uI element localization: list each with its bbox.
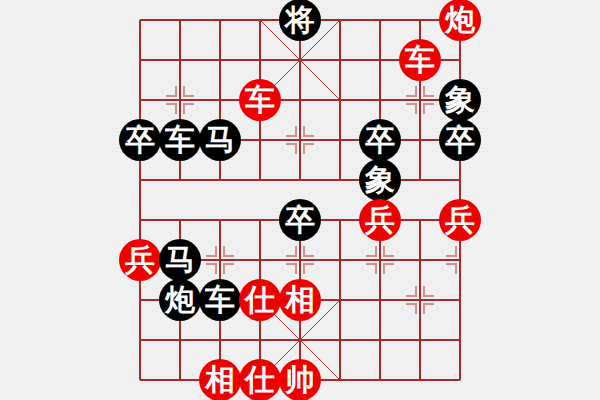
piece-black-chariot[interactable]: 车	[199, 279, 241, 321]
piece-red-general[interactable]: 帅	[279, 359, 321, 400]
pieces-layer: 将炮车车象卒车马卒卒象卒兵兵兵马炮车仕相相仕帅	[120, 0, 480, 400]
piece-black-soldier[interactable]: 卒	[359, 119, 401, 161]
piece-red-chariot[interactable]: 车	[239, 79, 281, 121]
piece-black-elephant[interactable]: 象	[439, 79, 481, 121]
piece-black-soldier[interactable]: 卒	[279, 199, 321, 241]
piece-red-advisor[interactable]: 仕	[239, 279, 281, 321]
piece-black-soldier[interactable]: 卒	[439, 119, 481, 161]
piece-black-chariot[interactable]: 车	[159, 119, 201, 161]
piece-red-chariot[interactable]: 车	[399, 39, 441, 81]
piece-red-elephant[interactable]: 相	[199, 359, 241, 400]
piece-red-elephant[interactable]: 相	[279, 279, 321, 321]
piece-red-soldier[interactable]: 兵	[359, 199, 401, 241]
piece-black-horse[interactable]: 马	[199, 119, 241, 161]
piece-black-soldier[interactable]: 卒	[119, 119, 161, 161]
piece-black-elephant[interactable]: 象	[359, 159, 401, 201]
piece-black-cannon[interactable]: 炮	[159, 279, 201, 321]
piece-red-advisor[interactable]: 仕	[239, 359, 281, 400]
piece-black-general[interactable]: 将	[279, 0, 321, 41]
piece-black-horse[interactable]: 马	[159, 239, 201, 281]
page-background: { "game": "xiangqi", "position": { "fen"…	[0, 0, 600, 400]
piece-red-soldier[interactable]: 兵	[119, 239, 161, 281]
piece-red-soldier[interactable]: 兵	[439, 199, 481, 241]
xiangqi-board[interactable]: 将炮车车象卒车马卒卒象卒兵兵兵马炮车仕相相仕帅	[120, 0, 480, 400]
piece-red-cannon[interactable]: 炮	[439, 0, 481, 41]
